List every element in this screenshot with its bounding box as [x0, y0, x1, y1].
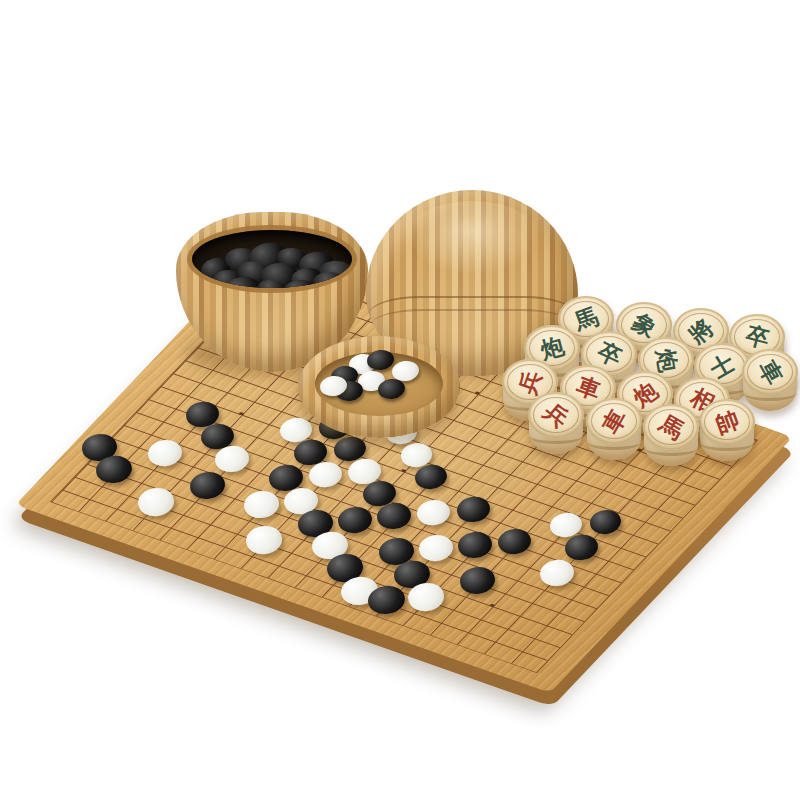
xiangqi-character: 馬 — [655, 411, 686, 442]
xiangqi-character: 炮 — [653, 347, 680, 374]
bowl-opening — [192, 230, 352, 288]
xiangqi-piece-stack: 帥 — [699, 399, 755, 465]
xiangqi-piece-stack: 兵 — [528, 392, 584, 458]
xiangqi-character: 炮 — [538, 334, 566, 362]
black-go-stone — [312, 271, 348, 288]
xiangqi-character: 車 — [598, 405, 629, 436]
xiangqi-character: 兵 — [540, 399, 572, 431]
product-photo: 馬象將卒炮卒炮士車兵車炮相兵車馬帥 — [0, 0, 800, 800]
xiangqi-piece-stack: 車 — [586, 398, 642, 464]
xiangqi-piece-face: 兵 — [528, 392, 584, 438]
xiangqi-piece-face: 車 — [586, 398, 642, 444]
xiangqi-piece-stack: 馬 — [643, 404, 699, 470]
stone-dish — [298, 336, 460, 438]
xiangqi-piece-face: 車 — [742, 349, 798, 395]
xiangqi-piece-face: 馬 — [643, 404, 699, 450]
lid-highlight — [404, 201, 540, 275]
xiangqi-character: 車 — [754, 356, 785, 387]
xiangqi-piece-face: 帥 — [699, 399, 755, 445]
xiangqi-character: 帥 — [712, 407, 741, 436]
